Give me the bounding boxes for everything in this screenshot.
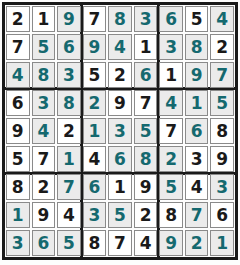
cell-r8c6[interactable]: 2 — [134, 202, 158, 228]
cell-r6c6[interactable]: 8 — [134, 146, 158, 172]
cell-r4c5[interactable]: 9 — [108, 90, 132, 116]
cell-r7c8[interactable]: 4 — [185, 174, 209, 200]
cell-r6c1[interactable]: 5 — [6, 146, 30, 172]
cell-r3c9[interactable]: 7 — [210, 62, 234, 88]
cell-r2c7[interactable]: 3 — [159, 34, 183, 60]
cell-r5c9[interactable]: 8 — [210, 118, 234, 144]
cell-r8c8[interactable]: 7 — [185, 202, 209, 228]
cell-r1c6[interactable]: 3 — [134, 6, 158, 32]
cell-r7c6[interactable]: 9 — [134, 174, 158, 200]
cell-r7c9[interactable]: 3 — [210, 174, 234, 200]
cell-r9c5[interactable]: 7 — [108, 230, 132, 256]
cell-r5c7[interactable]: 7 — [159, 118, 183, 144]
cell-r2c6[interactable]: 1 — [134, 34, 158, 60]
cell-r9c8[interactable]: 2 — [185, 230, 209, 256]
cell-r4c3[interactable]: 8 — [57, 90, 81, 116]
cell-r4c9[interactable]: 5 — [210, 90, 234, 116]
cell-r6c2[interactable]: 7 — [32, 146, 56, 172]
cell-r2c9[interactable]: 2 — [210, 34, 234, 60]
cell-r3c8[interactable]: 9 — [185, 62, 209, 88]
cell-r8c3[interactable]: 4 — [57, 202, 81, 228]
cell-r6c9[interactable]: 9 — [210, 146, 234, 172]
cell-r9c3[interactable]: 5 — [57, 230, 81, 256]
cell-r5c8[interactable]: 6 — [185, 118, 209, 144]
cell-r7c4[interactable]: 6 — [83, 174, 107, 200]
cell-r4c7[interactable]: 4 — [159, 90, 183, 116]
cell-r8c1[interactable]: 1 — [6, 202, 30, 228]
cell-r2c5[interactable]: 4 — [108, 34, 132, 60]
cell-r9c1[interactable]: 3 — [6, 230, 30, 256]
cell-r6c7[interactable]: 2 — [159, 146, 183, 172]
cell-r1c1[interactable]: 2 — [6, 6, 30, 32]
sudoku-board: 2197836547569413824835261976382974159421… — [2, 2, 238, 260]
cell-r5c2[interactable]: 4 — [32, 118, 56, 144]
cell-r2c1[interactable]: 7 — [6, 34, 30, 60]
cell-r5c3[interactable]: 2 — [57, 118, 81, 144]
cell-r9c4[interactable]: 8 — [83, 230, 107, 256]
cell-r3c7[interactable]: 1 — [159, 62, 183, 88]
cell-r8c9[interactable]: 6 — [210, 202, 234, 228]
cell-r1c3[interactable]: 9 — [57, 6, 81, 32]
cell-r5c5[interactable]: 3 — [108, 118, 132, 144]
cell-r7c5[interactable]: 1 — [108, 174, 132, 200]
cell-r3c1[interactable]: 4 — [6, 62, 30, 88]
cell-r3c4[interactable]: 5 — [83, 62, 107, 88]
cell-r8c7[interactable]: 8 — [159, 202, 183, 228]
cell-r4c6[interactable]: 7 — [134, 90, 158, 116]
cell-r1c9[interactable]: 4 — [210, 6, 234, 32]
cell-r4c2[interactable]: 3 — [32, 90, 56, 116]
cell-r6c5[interactable]: 6 — [108, 146, 132, 172]
cell-r1c8[interactable]: 5 — [185, 6, 209, 32]
cell-r3c6[interactable]: 6 — [134, 62, 158, 88]
cell-r4c1[interactable]: 6 — [6, 90, 30, 116]
cell-r2c3[interactable]: 6 — [57, 34, 81, 60]
cell-r8c5[interactable]: 5 — [108, 202, 132, 228]
cell-r9c6[interactable]: 4 — [134, 230, 158, 256]
cell-r3c5[interactable]: 2 — [108, 62, 132, 88]
cell-r7c2[interactable]: 2 — [32, 174, 56, 200]
cell-r1c5[interactable]: 8 — [108, 6, 132, 32]
cell-r2c4[interactable]: 9 — [83, 34, 107, 60]
cell-r9c2[interactable]: 6 — [32, 230, 56, 256]
cell-r4c4[interactable]: 2 — [83, 90, 107, 116]
cell-r1c4[interactable]: 7 — [83, 6, 107, 32]
cell-r2c2[interactable]: 5 — [32, 34, 56, 60]
cell-r1c7[interactable]: 6 — [159, 6, 183, 32]
cell-r9c9[interactable]: 1 — [210, 230, 234, 256]
cell-r2c8[interactable]: 8 — [185, 34, 209, 60]
cell-r6c3[interactable]: 1 — [57, 146, 81, 172]
cell-r1c2[interactable]: 1 — [32, 6, 56, 32]
cell-r6c8[interactable]: 3 — [185, 146, 209, 172]
cell-r4c8[interactable]: 1 — [185, 90, 209, 116]
cell-r7c1[interactable]: 8 — [6, 174, 30, 200]
cell-r3c3[interactable]: 3 — [57, 62, 81, 88]
cell-r5c4[interactable]: 1 — [83, 118, 107, 144]
cell-r8c2[interactable]: 9 — [32, 202, 56, 228]
cell-r5c6[interactable]: 5 — [134, 118, 158, 144]
cell-r7c3[interactable]: 7 — [57, 174, 81, 200]
cell-r9c7[interactable]: 9 — [159, 230, 183, 256]
cell-r6c4[interactable]: 4 — [83, 146, 107, 172]
cell-r8c4[interactable]: 3 — [83, 202, 107, 228]
cell-r7c7[interactable]: 5 — [159, 174, 183, 200]
cell-r3c2[interactable]: 8 — [32, 62, 56, 88]
cell-r5c1[interactable]: 9 — [6, 118, 30, 144]
